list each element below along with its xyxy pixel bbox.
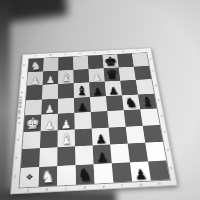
photo-vignette <box>0 0 200 200</box>
photo-scene: abcdefgh abcdefgh 87654321 87654321 ⊕ OK… <box>0 0 200 200</box>
